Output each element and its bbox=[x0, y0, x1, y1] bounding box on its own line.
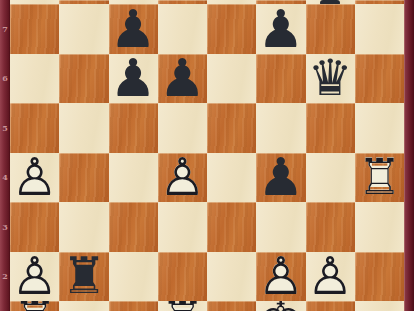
rank-label-6: 6 bbox=[0, 74, 10, 82]
square-f4[interactable]: ♟ bbox=[256, 153, 305, 203]
square-e2[interactable] bbox=[207, 252, 256, 302]
square-a1[interactable]: ♜♖ bbox=[10, 301, 59, 311]
square-d7[interactable] bbox=[158, 4, 207, 54]
square-g7[interactable] bbox=[306, 4, 355, 54]
square-e5[interactable] bbox=[207, 103, 256, 153]
square-e6[interactable] bbox=[207, 54, 256, 104]
square-b4[interactable] bbox=[59, 153, 108, 203]
square-e4[interactable] bbox=[207, 153, 256, 203]
white-pawn[interactable]: ♟♙ bbox=[10, 153, 59, 203]
square-f7[interactable]: ♟ bbox=[256, 4, 305, 54]
square-h1[interactable] bbox=[355, 301, 404, 311]
black-queen[interactable]: ♛ bbox=[306, 54, 355, 104]
square-c5[interactable] bbox=[109, 103, 158, 153]
square-b6[interactable] bbox=[59, 54, 108, 104]
square-h5[interactable] bbox=[355, 103, 404, 153]
rank-label-4: 4 bbox=[0, 173, 10, 181]
square-h6[interactable] bbox=[355, 54, 404, 104]
square-d3[interactable] bbox=[158, 202, 207, 252]
square-a5[interactable] bbox=[10, 103, 59, 153]
square-g4[interactable] bbox=[306, 153, 355, 203]
square-e3[interactable] bbox=[207, 202, 256, 252]
square-f6[interactable] bbox=[256, 54, 305, 104]
white-king-partial[interactable]: ♚♔ bbox=[256, 301, 305, 311]
square-e1[interactable] bbox=[207, 301, 256, 311]
square-c4[interactable] bbox=[109, 153, 158, 203]
chess-board-diagram: 765432 ♟♟♟♟♛♟♙♟♙♟♜♖♟♙♜♟♙♟♙♜♖♜♖♚♔ bbox=[0, 0, 414, 311]
black-pawn[interactable]: ♟ bbox=[256, 153, 305, 203]
black-pawn[interactable]: ♟ bbox=[256, 4, 305, 54]
white-rook[interactable]: ♜♖ bbox=[355, 153, 404, 203]
square-d5[interactable] bbox=[158, 103, 207, 153]
square-h7[interactable] bbox=[355, 4, 404, 54]
rank-label-7: 7 bbox=[0, 25, 10, 33]
white-rook-partial[interactable]: ♜♖ bbox=[10, 301, 59, 311]
square-d1[interactable]: ♜♖ bbox=[158, 301, 207, 311]
white-pawn[interactable]: ♟♙ bbox=[10, 252, 59, 302]
white-rook-partial[interactable]: ♜♖ bbox=[158, 301, 207, 311]
square-f1[interactable]: ♚♔ bbox=[256, 301, 305, 311]
square-f5[interactable] bbox=[256, 103, 305, 153]
rank-label-3: 3 bbox=[0, 223, 10, 231]
square-b7[interactable] bbox=[59, 4, 108, 54]
square-a3[interactable] bbox=[10, 202, 59, 252]
black-pawn[interactable]: ♟ bbox=[109, 54, 158, 104]
rank-label-2: 2 bbox=[0, 272, 10, 280]
square-b3[interactable] bbox=[59, 202, 108, 252]
square-f2[interactable]: ♟♙ bbox=[256, 252, 305, 302]
square-b5[interactable] bbox=[59, 103, 108, 153]
right-frame bbox=[404, 0, 414, 311]
square-f3[interactable] bbox=[256, 202, 305, 252]
square-c2[interactable] bbox=[109, 252, 158, 302]
square-c7[interactable]: ♟ bbox=[109, 4, 158, 54]
square-a7[interactable] bbox=[10, 4, 59, 54]
square-d6[interactable]: ♟ bbox=[158, 54, 207, 104]
square-g2[interactable]: ♟♙ bbox=[306, 252, 355, 302]
square-g5[interactable] bbox=[306, 103, 355, 153]
square-d4[interactable]: ♟♙ bbox=[158, 153, 207, 203]
rank-label-5: 5 bbox=[0, 124, 10, 132]
black-rook[interactable]: ♜ bbox=[59, 252, 108, 302]
black-pawn[interactable]: ♟ bbox=[158, 54, 207, 104]
white-pawn[interactable]: ♟♙ bbox=[306, 252, 355, 302]
square-a4[interactable]: ♟♙ bbox=[10, 153, 59, 203]
board: ♟♟♟♟♛♟♙♟♙♟♜♖♟♙♜♟♙♟♙♜♖♜♖♚♔ bbox=[10, 0, 404, 311]
square-h3[interactable] bbox=[355, 202, 404, 252]
square-c1[interactable] bbox=[109, 301, 158, 311]
square-d2[interactable] bbox=[158, 252, 207, 302]
square-a6[interactable] bbox=[10, 54, 59, 104]
square-c6[interactable]: ♟ bbox=[109, 54, 158, 104]
square-g3[interactable] bbox=[306, 202, 355, 252]
square-g6[interactable]: ♛ bbox=[306, 54, 355, 104]
square-h2[interactable] bbox=[355, 252, 404, 302]
square-h4[interactable]: ♜♖ bbox=[355, 153, 404, 203]
white-pawn[interactable]: ♟♙ bbox=[158, 153, 207, 203]
square-e7[interactable] bbox=[207, 4, 256, 54]
square-b1[interactable] bbox=[59, 301, 108, 311]
square-c3[interactable] bbox=[109, 202, 158, 252]
square-a2[interactable]: ♟♙ bbox=[10, 252, 59, 302]
left-frame: 765432 bbox=[0, 0, 10, 311]
square-b2[interactable]: ♜ bbox=[59, 252, 108, 302]
square-g1[interactable] bbox=[306, 301, 355, 311]
black-pawn[interactable]: ♟ bbox=[109, 4, 158, 54]
white-pawn[interactable]: ♟♙ bbox=[256, 252, 305, 302]
